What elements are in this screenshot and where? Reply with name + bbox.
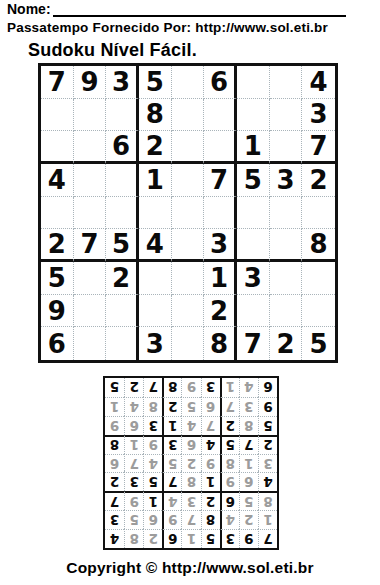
solution-cell: 1	[220, 378, 239, 397]
solution-cell: 9	[258, 397, 277, 416]
solution-cell: 5	[124, 510, 143, 529]
solution-cell: 4	[143, 454, 162, 473]
puzzle-cell: 5	[41, 262, 74, 295]
solution-cell: 7	[105, 491, 124, 510]
solution-cell: 3	[143, 416, 162, 435]
solution-cell: 4	[181, 416, 200, 435]
puzzle-cell: 3	[237, 262, 270, 295]
solution-cell: 4	[220, 510, 239, 529]
puzzle-cell: 7	[41, 66, 74, 99]
puzzle-cell: 6	[204, 66, 237, 99]
solution-cell: 1	[239, 454, 258, 473]
solution-cell: 5	[162, 454, 181, 473]
puzzle-cell	[74, 99, 107, 132]
solution-cell: 9	[220, 472, 239, 491]
solution-cell: 3	[239, 397, 258, 416]
copyright-text: Copyright © http://www.sol.eti.br	[0, 559, 380, 577]
solution-cell: 7	[181, 510, 200, 529]
solution-cell: 2	[201, 491, 220, 510]
puzzle-cell	[237, 99, 270, 132]
solution-cell: 8	[181, 472, 200, 491]
solution-cell: 4	[258, 472, 277, 491]
solution-cell: 5	[105, 378, 124, 397]
puzzle-cell	[204, 197, 237, 230]
puzzle-cell: 3	[302, 99, 335, 132]
puzzle-cell: 9	[74, 66, 107, 99]
puzzle-cell: 7	[74, 229, 107, 262]
solution-cell: 9	[201, 454, 220, 473]
puzzle-cell: 7	[302, 131, 335, 164]
solution-cell: 7	[239, 435, 258, 454]
solution-cell: 4	[201, 435, 220, 454]
puzzle-cell: 7	[204, 164, 237, 197]
solution-cell: 8	[220, 454, 239, 473]
puzzle-cell: 3	[270, 164, 303, 197]
puzzle-cell	[302, 262, 335, 295]
puzzle-cell	[139, 262, 172, 295]
solution-cell: 9	[105, 416, 124, 435]
puzzle-cell: 3	[139, 327, 172, 360]
sudoku-solution-grid-rotated: 7935162841248796538562341974691875323189…	[103, 376, 279, 550]
puzzle-cell	[172, 99, 205, 132]
solution-cell: 1	[258, 510, 277, 529]
puzzle-cell: 4	[302, 66, 335, 99]
page-title: Sudoku Nível Fácil.	[28, 40, 197, 61]
puzzle-cell: 3	[106, 66, 139, 99]
puzzle-cell	[172, 197, 205, 230]
puzzle-cell: 2	[106, 262, 139, 295]
puzzle-cell	[302, 295, 335, 328]
solution-cell: 6	[162, 529, 181, 548]
solution-cell: 6	[258, 378, 277, 397]
puzzle-cell	[106, 99, 139, 132]
solution-cell: 7	[162, 472, 181, 491]
solution-cell: 9	[162, 510, 181, 529]
puzzle-cell	[172, 164, 205, 197]
solution-cell: 4	[124, 397, 143, 416]
puzzle-cell: 2	[302, 164, 335, 197]
name-fill-line	[53, 2, 346, 17]
solution-cell: 9	[239, 529, 258, 548]
solution-cell: 8	[201, 510, 220, 529]
solution-cell: 2	[258, 435, 277, 454]
solution-cell: 8	[124, 529, 143, 548]
solution-cell: 5	[258, 416, 277, 435]
puzzle-cell	[270, 99, 303, 132]
solution-cell: 2	[124, 378, 143, 397]
puzzle-cell	[270, 295, 303, 328]
solution-cell: 2	[239, 510, 258, 529]
solution-cell: 5	[181, 397, 200, 416]
puzzle-cell	[41, 131, 74, 164]
puzzle-cell: 1	[204, 262, 237, 295]
puzzle-cell	[237, 197, 270, 230]
solution-cell: 2	[105, 472, 124, 491]
solution-cell: 3	[181, 491, 200, 510]
solution-cell: 3	[220, 529, 239, 548]
solution-cell: 3	[258, 454, 277, 473]
puzzle-cell: 2	[270, 327, 303, 360]
puzzle-cell	[41, 99, 74, 132]
puzzle-cell	[74, 295, 107, 328]
puzzle-cell	[172, 327, 205, 360]
solution-cell: 7	[220, 397, 239, 416]
puzzle-cell	[270, 131, 303, 164]
puzzle-cell	[237, 295, 270, 328]
solution-cell: 4	[105, 529, 124, 548]
solution-cell: 1	[181, 529, 200, 548]
puzzle-cell: 3	[204, 229, 237, 262]
solution-cell: 6	[143, 510, 162, 529]
puzzle-cell	[172, 66, 205, 99]
puzzle-cell	[74, 262, 107, 295]
solution-cell: 6	[181, 435, 200, 454]
solution-cell: 8	[105, 435, 124, 454]
solution-cell: 1	[201, 472, 220, 491]
solution-cell: 3	[162, 435, 181, 454]
puzzle-cell: 2	[139, 131, 172, 164]
sudoku-puzzle-grid: 793564836217417532275438521392638725	[38, 63, 338, 363]
puzzle-cell: 5	[106, 229, 139, 262]
solution-cell: 3	[105, 510, 124, 529]
puzzle-cell: 2	[204, 295, 237, 328]
puzzle-cell: 8	[302, 229, 335, 262]
solution-cell: 9	[181, 378, 200, 397]
solution-cell: 6	[105, 454, 124, 473]
puzzle-cell	[172, 131, 205, 164]
puzzle-cell	[74, 197, 107, 230]
puzzle-cell: 1	[237, 131, 270, 164]
puzzle-cell	[106, 197, 139, 230]
solution-cell: 1	[162, 416, 181, 435]
solution-cell: 5	[201, 529, 220, 548]
puzzle-cell: 5	[237, 164, 270, 197]
solution-cell: 6	[124, 416, 143, 435]
puzzle-cell	[139, 197, 172, 230]
puzzle-cell	[106, 164, 139, 197]
puzzle-cell: 1	[139, 164, 172, 197]
puzzle-cell	[106, 327, 139, 360]
puzzle-cell	[237, 229, 270, 262]
puzzle-cell	[74, 327, 107, 360]
solution-cell: 7	[258, 529, 277, 548]
solution-cell: 1	[105, 397, 124, 416]
puzzle-cell: 2	[41, 229, 74, 262]
puzzle-cell: 8	[139, 99, 172, 132]
puzzle-cell: 5	[139, 66, 172, 99]
puzzle-cell: 5	[302, 327, 335, 360]
solution-cell: 9	[143, 435, 162, 454]
puzzle-cell: 6	[41, 327, 74, 360]
solution-cell: 2	[162, 397, 181, 416]
provided-by-text: Passatempo Fornecido Por: http://www.sol…	[7, 20, 328, 35]
name-label: Nome:	[7, 2, 51, 17]
solution-cell: 8	[239, 416, 258, 435]
solution-cell: 8	[258, 491, 277, 510]
solution-cell: 6	[201, 397, 220, 416]
puzzle-cell: 9	[41, 295, 74, 328]
puzzle-cell	[139, 295, 172, 328]
puzzle-cell: 4	[139, 229, 172, 262]
solution-cell: 2	[181, 454, 200, 473]
puzzle-cell	[172, 262, 205, 295]
solution-cell: 7	[124, 454, 143, 473]
solution-cell: 4	[162, 491, 181, 510]
solution-cell: 1	[124, 435, 143, 454]
puzzle-cell	[172, 295, 205, 328]
solution-cell: 7	[201, 416, 220, 435]
puzzle-cell	[237, 66, 270, 99]
solution-cell: 8	[162, 378, 181, 397]
puzzle-cell	[204, 99, 237, 132]
solution-cell: 5	[239, 491, 258, 510]
puzzle-cell: 4	[41, 164, 74, 197]
puzzle-cell	[270, 197, 303, 230]
puzzle-cell	[302, 197, 335, 230]
solution-cell: 6	[239, 472, 258, 491]
solution-cell: 3	[124, 472, 143, 491]
puzzle-cell	[270, 262, 303, 295]
puzzle-cell: 7	[237, 327, 270, 360]
solution-cell: 2	[220, 416, 239, 435]
name-row: Nome:	[7, 2, 346, 17]
puzzle-cell: 6	[106, 131, 139, 164]
solution-cell: 5	[143, 472, 162, 491]
solution-cell: 3	[201, 378, 220, 397]
solution-cell: 5	[220, 435, 239, 454]
puzzle-cell	[41, 197, 74, 230]
puzzle-cell	[270, 229, 303, 262]
puzzle-cell	[74, 164, 107, 197]
solution-cell: 6	[220, 491, 239, 510]
solution-cell: 2	[143, 529, 162, 548]
solution-cell: 4	[239, 378, 258, 397]
solution-cell: 9	[124, 491, 143, 510]
solution-cell: 7	[143, 378, 162, 397]
puzzle-cell	[172, 229, 205, 262]
puzzle-cell	[270, 66, 303, 99]
solution-cell: 8	[143, 397, 162, 416]
puzzle-cell: 8	[204, 327, 237, 360]
puzzle-cell	[106, 295, 139, 328]
solution-cell: 1	[143, 491, 162, 510]
puzzle-cell	[74, 131, 107, 164]
puzzle-cell	[204, 131, 237, 164]
